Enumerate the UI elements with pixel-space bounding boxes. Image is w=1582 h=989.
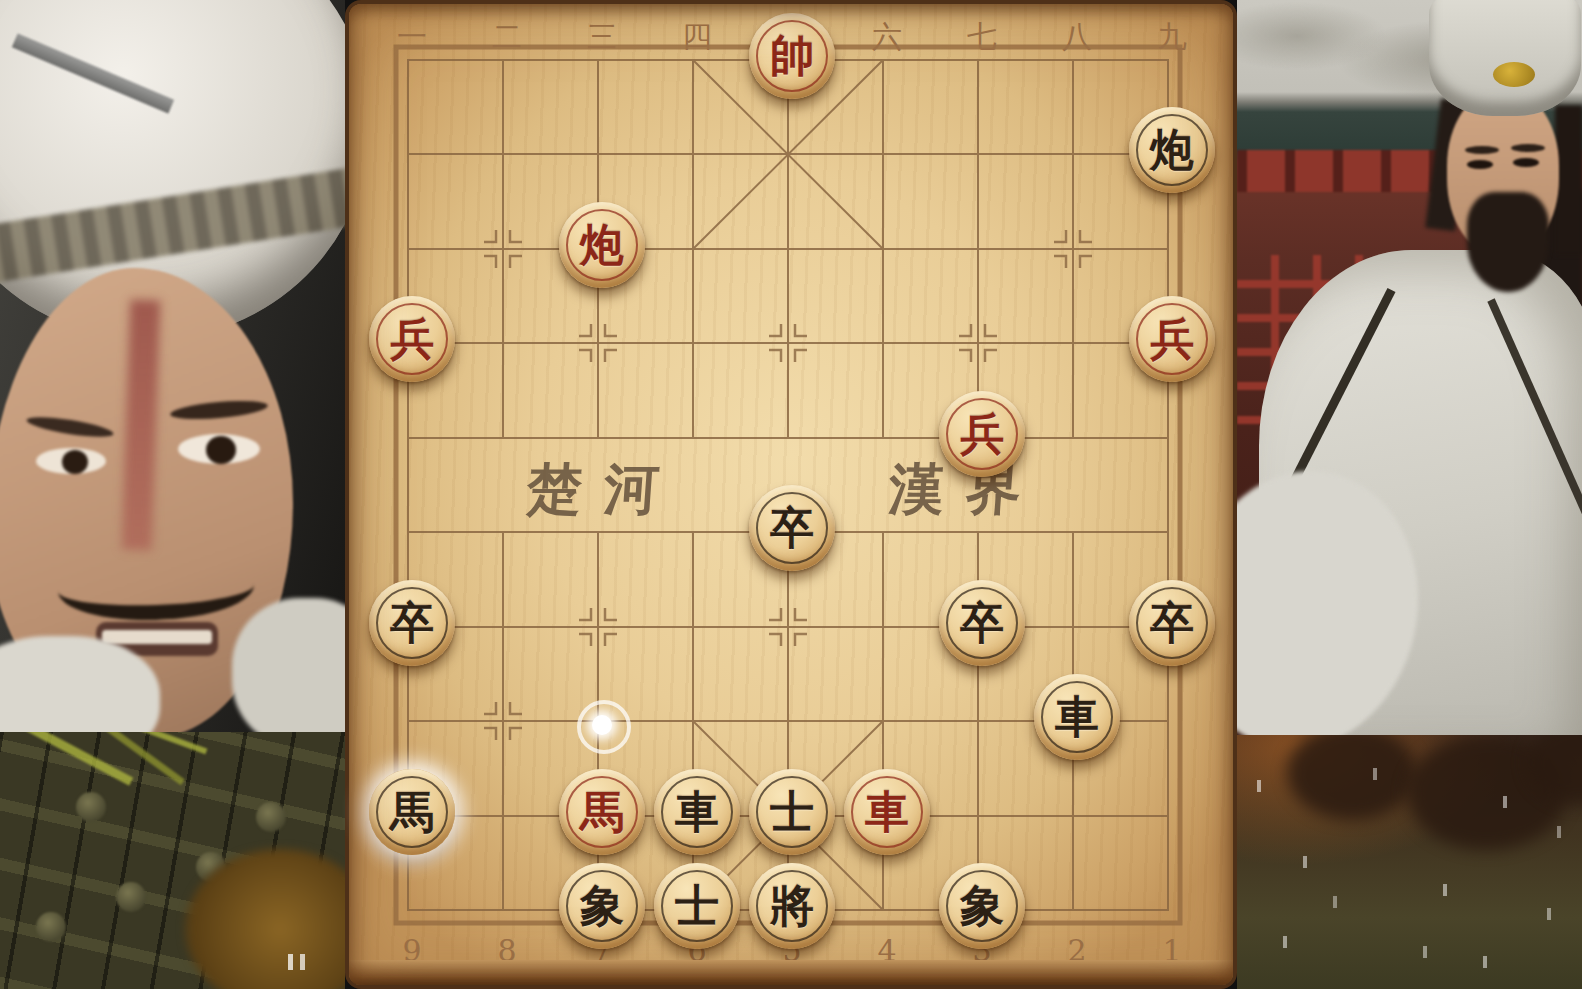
- piece-glyph: 兵: [390, 317, 434, 361]
- board-front-bevel: [349, 960, 1233, 985]
- left-panel: 唐天豪: [0, 0, 345, 989]
- piece-red-soldier-f9r4[interactable]: 兵: [1129, 296, 1215, 382]
- piece-black-chariot-f4r9[interactable]: 車: [654, 769, 740, 855]
- piece-black-advisor-f4r10[interactable]: 士: [654, 863, 740, 949]
- piece-black-soldier-f9r7[interactable]: 卒: [1129, 580, 1215, 666]
- piece-black-elephant-f7r10[interactable]: 象: [939, 863, 1025, 949]
- left-movie-still-armor: 唐天豪: [0, 732, 345, 989]
- piece-glyph: 馬: [580, 790, 624, 834]
- piece-glyph: 卒: [1150, 601, 1194, 645]
- small-white-marks: [288, 954, 293, 970]
- piece-glyph: 馬: [390, 790, 434, 834]
- rain-specks: [1257, 780, 1261, 792]
- right-movie-still-battlefield: 夺命书生: [1237, 735, 1582, 989]
- piece-glyph: 士: [770, 790, 814, 834]
- piece-glyph: 車: [675, 790, 719, 834]
- piece-glyph: 士: [675, 884, 719, 928]
- mustache-shape: [57, 553, 255, 624]
- piece-black-chariot-f8r8[interactable]: 車: [1034, 674, 1120, 760]
- piece-black-general-f5r10[interactable]: 將: [749, 863, 835, 949]
- piece-glyph: 帥: [770, 34, 814, 78]
- piece-red-chariot-f6r9[interactable]: 車: [844, 769, 930, 855]
- piece-glyph: 兵: [960, 412, 1004, 456]
- piece-glyph: 卒: [390, 601, 434, 645]
- piece-red-soldier-f1r4[interactable]: 兵: [369, 296, 455, 382]
- piece-black-horse-just-moved-f1r9[interactable]: 馬: [369, 769, 455, 855]
- xiangqi-board[interactable]: 一二三四五六七八九 987654321 楚河 漢界 帥炮兵兵兵馬車炮卒卒卒卒車馬…: [345, 0, 1237, 989]
- screenshot-root: 唐天豪 夺命书生: [0, 0, 1582, 989]
- piece-black-soldier-f7r7[interactable]: 卒: [939, 580, 1025, 666]
- piece-glyph: 將: [770, 884, 814, 928]
- piece-red-cannon-f3r3[interactable]: 炮: [559, 202, 645, 288]
- piece-red-soldier-f7r5[interactable]: 兵: [939, 391, 1025, 477]
- piece-glyph: 炮: [1150, 128, 1194, 172]
- piece-red-horse-f3r9[interactable]: 馬: [559, 769, 645, 855]
- right-movie-still-portrait: [1237, 0, 1582, 735]
- piece-glyph: 車: [865, 790, 909, 834]
- piece-black-cannon-f9r2[interactable]: 炮: [1129, 107, 1215, 193]
- piece-grid[interactable]: 帥炮兵兵兵馬車炮卒卒卒卒車馬車士象士將象: [365, 17, 1220, 961]
- piece-glyph: 車: [1055, 695, 1099, 739]
- piece-black-soldier-f5r6[interactable]: 卒: [749, 485, 835, 571]
- red-scar-shape: [122, 300, 161, 551]
- gold-cap-ornament: [1493, 62, 1535, 87]
- piece-glyph: 卒: [960, 601, 1004, 645]
- piece-glyph: 卒: [770, 506, 814, 550]
- piece-black-elephant-f3r10[interactable]: 象: [559, 863, 645, 949]
- beard-shape: [1467, 192, 1549, 292]
- piece-red-general-f5r1[interactable]: 帥: [749, 13, 835, 99]
- piece-glyph: 象: [960, 884, 1004, 928]
- piece-glyph: 炮: [580, 223, 624, 267]
- piece-black-soldier-f1r7[interactable]: 卒: [369, 580, 455, 666]
- right-panel: 夺命书生: [1237, 0, 1582, 989]
- piece-black-advisor-f5r9[interactable]: 士: [749, 769, 835, 855]
- piece-glyph: 兵: [1150, 317, 1194, 361]
- left-movie-still-portrait: [0, 0, 345, 732]
- piece-glyph: 象: [580, 884, 624, 928]
- white-cap-shape: [1429, 0, 1581, 116]
